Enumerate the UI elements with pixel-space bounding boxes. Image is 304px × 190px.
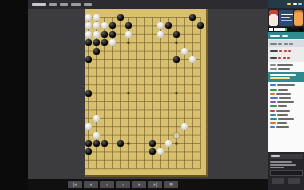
header-cell-bar — [284, 43, 288, 45]
chat-username-bar[interactable] — [270, 89, 277, 91]
chat-username-bar[interactable] — [270, 97, 278, 99]
chat-text-bar — [278, 89, 288, 91]
move-navigation-toolbar: |««‹›»»|≡ — [28, 179, 268, 190]
row-label-bar — [270, 57, 277, 59]
nav-button[interactable]: « — [84, 181, 98, 188]
chat-text-bar — [277, 122, 287, 124]
stats-table — [268, 39, 304, 62]
topbar-indicator — [287, 3, 291, 5]
compose-text — [270, 160, 303, 168]
nav-button[interactable]: ‹ — [100, 181, 114, 188]
players-row — [268, 8, 304, 27]
header-cell-bar — [278, 43, 282, 45]
white-stone — [157, 31, 164, 38]
chat-text-bar — [278, 68, 290, 70]
chat-text-bar — [276, 110, 290, 112]
chat-area[interactable] — [268, 62, 304, 152]
red-number-bar — [284, 50, 287, 52]
chat-username-bar[interactable] — [270, 110, 275, 112]
chat-text-bar — [277, 101, 294, 103]
menu-item-bar[interactable] — [49, 3, 57, 6]
table-header-row — [268, 40, 304, 47]
header-cell-bar — [289, 43, 293, 45]
sidebar-top-bar — [268, 0, 304, 8]
winrate-track — [274, 28, 298, 31]
section-subtitle-bar — [282, 35, 288, 37]
table-row — [268, 54, 304, 61]
notice-text-bar — [270, 77, 290, 79]
chat-text-bar — [277, 84, 295, 86]
menu-item-bar[interactable] — [60, 3, 68, 6]
white-stone — [93, 115, 100, 122]
cancel-button[interactable] — [272, 178, 284, 184]
chat-username-bar[interactable] — [270, 101, 276, 103]
avatar-left-player[interactable] — [269, 10, 278, 26]
compose-text-bar — [270, 167, 284, 169]
chat-username-bar[interactable] — [270, 118, 277, 120]
chat-text-bar — [277, 64, 293, 66]
red-number-bar — [283, 57, 286, 59]
black-stone — [173, 31, 180, 38]
black-stone — [109, 31, 116, 38]
menu-item-bar[interactable] — [32, 3, 46, 6]
notice-block — [268, 72, 304, 82]
white-stone — [93, 132, 100, 139]
white-stone — [125, 31, 132, 38]
chat-text-bar — [277, 114, 288, 116]
chat-text-bar — [278, 105, 287, 107]
black-stone — [85, 90, 92, 97]
compose-title-bar — [271, 155, 280, 157]
chat-username-bar[interactable] — [270, 126, 275, 128]
compose-text-bar — [270, 161, 292, 163]
table-row — [268, 47, 304, 54]
compose-text-bar — [270, 164, 296, 166]
avatar-right-player[interactable] — [294, 10, 303, 26]
nav-button[interactable]: ≡ — [164, 181, 178, 188]
red-number-bar — [279, 50, 282, 52]
white-stone — [85, 31, 92, 38]
chat-username-bar[interactable] — [270, 122, 276, 124]
chat-username-bar[interactable] — [270, 64, 276, 66]
black-stone — [93, 48, 100, 55]
nav-button[interactable]: › — [116, 181, 130, 188]
chat-text-bar — [276, 126, 289, 128]
chat-message — [268, 67, 304, 71]
ghost-stone — [173, 132, 180, 139]
chat-message — [268, 125, 304, 129]
row-label-bar — [270, 50, 278, 52]
compose-buttons — [270, 178, 303, 184]
menu-item-bar[interactable] — [84, 3, 92, 6]
screenshot-frame: |««‹›»»|≡ — [0, 0, 304, 190]
nav-button[interactable]: »| — [148, 181, 162, 188]
stream-sidebar — [268, 0, 304, 190]
section-title-bar — [270, 35, 280, 37]
info-text-bar — [281, 17, 290, 19]
compose-header — [270, 154, 303, 159]
chat-username-bar[interactable] — [270, 105, 277, 107]
left-side-panel — [28, 9, 85, 179]
white-endcap — [269, 28, 273, 31]
notice-text-bar — [270, 74, 296, 76]
section-header — [268, 32, 304, 39]
chat-text-bar — [278, 118, 294, 120]
black-stone — [101, 31, 108, 38]
header-cell-bar — [270, 43, 277, 45]
chat-compose-panel — [268, 152, 304, 190]
red-number-bar — [278, 57, 281, 59]
chat-text-bar — [276, 93, 291, 95]
red-number-bar — [288, 50, 291, 52]
nav-button[interactable]: |« — [68, 181, 82, 188]
info-text-bar — [281, 20, 292, 22]
chat-username-bar[interactable] — [270, 68, 277, 70]
chat-username-bar[interactable] — [270, 84, 276, 86]
white-stone — [181, 48, 188, 55]
red-number-bar — [287, 57, 290, 59]
chat-username-bar[interactable] — [270, 93, 275, 95]
black-endcap — [299, 28, 303, 31]
white-stone — [93, 31, 100, 38]
topbar-indicator — [293, 3, 297, 5]
topbar-indicator — [298, 3, 302, 5]
chat-username-bar[interactable] — [270, 114, 276, 116]
nav-button[interactable]: » — [132, 181, 146, 188]
chat-text-bar — [279, 97, 291, 99]
menu-item-bar[interactable] — [71, 3, 81, 6]
chat-input[interactable] — [270, 170, 303, 176]
game-info-panel — [279, 10, 293, 26]
info-text-bar — [281, 14, 293, 16]
app-title-bar — [28, 0, 270, 9]
send-button[interactable] — [288, 178, 300, 184]
